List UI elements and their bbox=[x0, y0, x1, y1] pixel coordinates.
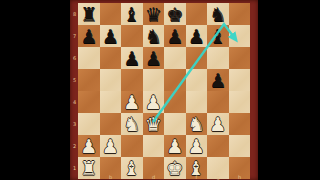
square-a6[interactable] bbox=[78, 47, 100, 69]
piece-black-pawn[interactable]: ♟ bbox=[207, 69, 229, 91]
square-b2[interactable]: ♟ bbox=[100, 135, 122, 157]
square-e6[interactable] bbox=[164, 47, 186, 69]
square-b3[interactable] bbox=[100, 113, 122, 135]
square-d3[interactable]: ♛ bbox=[143, 113, 165, 135]
file-label-b: b bbox=[107, 174, 115, 180]
piece-black-queen[interactable]: ♛ bbox=[143, 3, 165, 25]
square-e7[interactable]: ♟ bbox=[164, 25, 186, 47]
file-label-c: c bbox=[128, 174, 136, 180]
square-a7[interactable]: ♟ bbox=[78, 25, 100, 47]
piece-black-pawn[interactable]: ♟ bbox=[164, 25, 186, 47]
square-g6[interactable] bbox=[207, 47, 229, 69]
square-e4[interactable] bbox=[164, 91, 186, 113]
rank-label-8: 8 bbox=[71, 11, 78, 17]
square-b6[interactable] bbox=[100, 47, 122, 69]
square-b7[interactable]: ♟ bbox=[100, 25, 122, 47]
square-c4[interactable]: ♟ bbox=[121, 91, 143, 113]
square-b5[interactable] bbox=[100, 69, 122, 91]
square-g3[interactable]: ♟ bbox=[207, 113, 229, 135]
piece-white-queen[interactable]: ♛ bbox=[143, 113, 165, 135]
piece-black-pawn[interactable]: ♟ bbox=[186, 25, 208, 47]
letterbox-right bbox=[258, 0, 320, 180]
piece-black-pawn[interactable]: ♟ bbox=[78, 25, 100, 47]
rank-label-6: 6 bbox=[71, 55, 78, 61]
file-label-a: a bbox=[85, 174, 93, 180]
piece-black-bishop[interactable]: ♝ bbox=[121, 3, 143, 25]
square-f2[interactable]: ♟ bbox=[186, 135, 208, 157]
square-a2[interactable]: ♟ bbox=[78, 135, 100, 157]
piece-black-knight[interactable]: ♞ bbox=[207, 3, 229, 25]
video-frame: ♜♝♛♚♞♟♟♞♟♟♝♟♟♟♟♟♞♛♞♟♟♟♟♟♜♝♚♝ 87654321 ab… bbox=[0, 0, 320, 180]
file-label-e: e bbox=[171, 174, 179, 180]
square-e2[interactable]: ♟ bbox=[164, 135, 186, 157]
letterbox-left bbox=[0, 0, 70, 180]
square-d6[interactable]: ♟ bbox=[143, 47, 165, 69]
square-h3[interactable] bbox=[229, 113, 251, 135]
square-g7[interactable]: ♝ bbox=[207, 25, 229, 47]
square-d5[interactable] bbox=[143, 69, 165, 91]
rank-label-5: 5 bbox=[71, 77, 78, 83]
square-h6[interactable] bbox=[229, 47, 251, 69]
square-c8[interactable]: ♝ bbox=[121, 3, 143, 25]
square-c6[interactable]: ♟ bbox=[121, 47, 143, 69]
piece-black-rook[interactable]: ♜ bbox=[78, 3, 100, 25]
square-c3[interactable]: ♞ bbox=[121, 113, 143, 135]
piece-white-pawn[interactable]: ♟ bbox=[121, 91, 143, 113]
square-f7[interactable]: ♟ bbox=[186, 25, 208, 47]
square-h5[interactable] bbox=[229, 69, 251, 91]
rank-label-4: 4 bbox=[71, 99, 78, 105]
square-f8[interactable] bbox=[186, 3, 208, 25]
square-c5[interactable] bbox=[121, 69, 143, 91]
piece-black-pawn[interactable]: ♟ bbox=[100, 25, 122, 47]
square-f3[interactable]: ♞ bbox=[186, 113, 208, 135]
piece-black-king[interactable]: ♚ bbox=[164, 3, 186, 25]
rank-label-1: 1 bbox=[71, 165, 78, 171]
square-h7[interactable] bbox=[229, 25, 251, 47]
square-g5[interactable]: ♟ bbox=[207, 69, 229, 91]
file-label-f: f bbox=[193, 174, 201, 180]
piece-white-knight[interactable]: ♞ bbox=[121, 113, 143, 135]
piece-white-pawn[interactable]: ♟ bbox=[186, 135, 208, 157]
square-e5[interactable] bbox=[164, 69, 186, 91]
square-d4[interactable]: ♟ bbox=[143, 91, 165, 113]
piece-white-pawn[interactable]: ♟ bbox=[207, 113, 229, 135]
piece-black-pawn[interactable]: ♟ bbox=[121, 47, 143, 69]
piece-white-pawn[interactable]: ♟ bbox=[143, 91, 165, 113]
chess-board: ♜♝♛♚♞♟♟♞♟♟♝♟♟♟♟♟♞♛♞♟♟♟♟♟♜♝♚♝ 87654321 ab… bbox=[70, 0, 258, 180]
piece-black-knight[interactable]: ♞ bbox=[143, 25, 165, 47]
square-h8[interactable] bbox=[229, 3, 251, 25]
square-c2[interactable] bbox=[121, 135, 143, 157]
square-f4[interactable] bbox=[186, 91, 208, 113]
piece-white-knight[interactable]: ♞ bbox=[186, 113, 208, 135]
file-label-d: d bbox=[150, 174, 158, 180]
square-g8[interactable]: ♞ bbox=[207, 3, 229, 25]
square-d7[interactable]: ♞ bbox=[143, 25, 165, 47]
file-label-g: g bbox=[214, 174, 222, 180]
piece-black-pawn[interactable]: ♟ bbox=[143, 47, 165, 69]
square-a4[interactable] bbox=[78, 91, 100, 113]
square-d8[interactable]: ♛ bbox=[143, 3, 165, 25]
piece-white-pawn[interactable]: ♟ bbox=[164, 135, 186, 157]
square-b8[interactable] bbox=[100, 3, 122, 25]
square-g4[interactable] bbox=[207, 91, 229, 113]
square-b4[interactable] bbox=[100, 91, 122, 113]
rank-label-2: 2 bbox=[71, 143, 78, 149]
square-f6[interactable] bbox=[186, 47, 208, 69]
piece-white-pawn[interactable]: ♟ bbox=[78, 135, 100, 157]
piece-black-bishop[interactable]: ♝ bbox=[207, 25, 229, 47]
rank-label-3: 3 bbox=[71, 121, 78, 127]
piece-white-pawn[interactable]: ♟ bbox=[100, 135, 122, 157]
square-c7[interactable] bbox=[121, 25, 143, 47]
square-a3[interactable] bbox=[78, 113, 100, 135]
board-grid: ♜♝♛♚♞♟♟♞♟♟♝♟♟♟♟♟♞♛♞♟♟♟♟♟♜♝♚♝ bbox=[78, 3, 250, 179]
square-g2[interactable] bbox=[207, 135, 229, 157]
square-a5[interactable] bbox=[78, 69, 100, 91]
square-h4[interactable] bbox=[229, 91, 251, 113]
file-label-h: h bbox=[236, 174, 244, 180]
square-e3[interactable] bbox=[164, 113, 186, 135]
square-d2[interactable] bbox=[143, 135, 165, 157]
square-e8[interactable]: ♚ bbox=[164, 3, 186, 25]
square-f5[interactable] bbox=[186, 69, 208, 91]
square-h2[interactable] bbox=[229, 135, 251, 157]
square-a8[interactable]: ♜ bbox=[78, 3, 100, 25]
rank-label-7: 7 bbox=[71, 33, 78, 39]
